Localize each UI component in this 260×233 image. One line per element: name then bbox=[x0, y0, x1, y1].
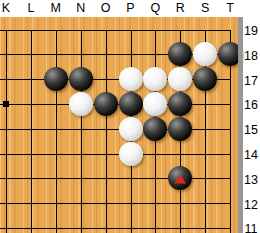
column-label: K bbox=[2, 0, 10, 17]
go-diagram: KLMNOPQRST 191817161514131211 bbox=[0, 0, 260, 233]
star-point bbox=[3, 101, 9, 107]
white-stone[interactable] bbox=[119, 117, 143, 141]
black-stone[interactable] bbox=[168, 92, 192, 116]
grid-line-horizontal bbox=[0, 203, 231, 204]
white-stone[interactable] bbox=[69, 92, 93, 116]
row-label: 18 bbox=[244, 49, 258, 63]
white-stone[interactable] bbox=[143, 92, 167, 116]
column-label: P bbox=[126, 0, 134, 17]
black-stone[interactable] bbox=[168, 42, 192, 66]
white-stone[interactable] bbox=[143, 67, 167, 91]
black-stone[interactable] bbox=[94, 92, 118, 116]
row-label: 16 bbox=[244, 98, 258, 112]
black-stone[interactable] bbox=[119, 92, 143, 116]
white-stone[interactable] bbox=[119, 67, 143, 91]
board-edge-shadow bbox=[238, 17, 243, 233]
row-label: 15 bbox=[244, 123, 258, 137]
grid-line-horizontal bbox=[0, 129, 231, 130]
go-board[interactable] bbox=[0, 17, 238, 233]
grid-line-horizontal bbox=[0, 154, 231, 155]
black-stone[interactable] bbox=[44, 67, 68, 91]
black-stone[interactable] bbox=[143, 117, 167, 141]
row-label: 19 bbox=[244, 24, 258, 38]
black-stone[interactable] bbox=[193, 67, 217, 91]
white-stone[interactable] bbox=[193, 42, 217, 66]
white-stone[interactable] bbox=[168, 67, 192, 91]
column-label: T bbox=[226, 0, 234, 17]
column-label: S bbox=[201, 0, 209, 17]
column-label: O bbox=[101, 0, 111, 17]
row-label: 17 bbox=[244, 74, 258, 88]
white-stone[interactable] bbox=[119, 142, 143, 166]
grid-line-horizontal bbox=[0, 228, 231, 229]
triangle-marker bbox=[174, 175, 186, 184]
column-label: N bbox=[76, 0, 85, 17]
row-label: 13 bbox=[244, 173, 258, 187]
row-label: 11 bbox=[245, 222, 258, 233]
black-stone[interactable] bbox=[168, 117, 192, 141]
column-label: R bbox=[176, 0, 185, 17]
column-label: L bbox=[27, 0, 34, 17]
grid-line-horizontal bbox=[0, 178, 231, 179]
black-stone[interactable] bbox=[69, 67, 93, 91]
column-label: M bbox=[51, 0, 61, 17]
grid-line-horizontal bbox=[0, 30, 231, 31]
column-label: Q bbox=[151, 0, 161, 17]
marked-black-stone[interactable] bbox=[168, 166, 192, 190]
row-label: 14 bbox=[244, 148, 258, 162]
row-label: 12 bbox=[244, 198, 258, 212]
